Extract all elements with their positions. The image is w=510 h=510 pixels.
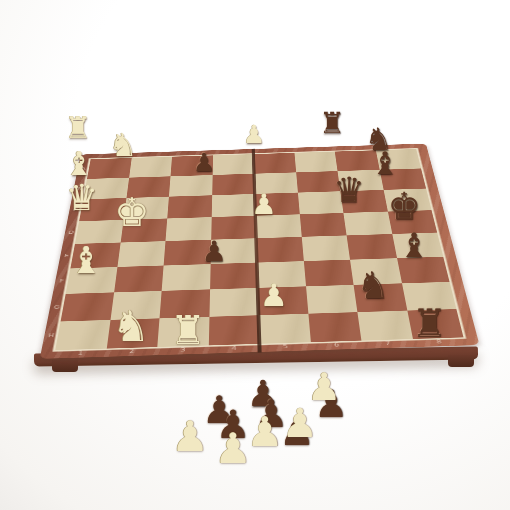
piece-white-N-b2: ♞ [109, 129, 138, 161]
piece-white-K-e2: ♚ [115, 193, 150, 232]
piece-black-Q-d7: ♛ [333, 173, 364, 208]
piece-white-Q-d1: ♛ [66, 180, 98, 216]
piece-black-K-e8: ♚ [387, 188, 420, 225]
piece-white-B-f1: ♝ [69, 242, 102, 279]
piece-white-B-c1: ♝ [64, 147, 94, 180]
piece-black-N-g7: ♞ [356, 267, 389, 304]
captured-pawn-white-P: ♟ [282, 403, 318, 443]
piece-white-P-d5: ♟ [251, 191, 276, 219]
piece-black-P-b4: ♟ [193, 150, 215, 175]
piece-white-R-a1: ♜ [65, 113, 92, 143]
captured-pawn-white-P: ♟ [247, 412, 284, 453]
piece-black-P-f4: ♟ [201, 238, 226, 266]
piece-layer: ♜♞♝♛♚♝♞♜♟♟♟♜♞♝♛♚♝♞♜♟♟♟♟♟♟♟♟♟♟♟♟♟ [0, 0, 510, 510]
piece-black-B-c8: ♝ [371, 148, 399, 179]
photo-scene: ABCDEFGH12345678 ♜♞♝♛♚♝♞♜♟♟♟♜♞♝♛♚♝♞♜♟♟♟♟… [0, 0, 510, 510]
captured-pawn-white-P: ♟ [307, 368, 341, 406]
piece-black-B-f8: ♝ [399, 228, 429, 262]
piece-black-R-h7: ♜ [412, 304, 447, 343]
piece-white-R-h3: ♜ [170, 310, 206, 350]
captured-pawn-white-P: ♟ [171, 416, 209, 458]
piece-white-P-a5: ♟ [243, 122, 265, 147]
piece-black-R-a7: ♜ [319, 109, 345, 138]
piece-white-P-g5: ♟ [260, 280, 288, 311]
piece-white-N-h2: ♞ [112, 306, 150, 348]
